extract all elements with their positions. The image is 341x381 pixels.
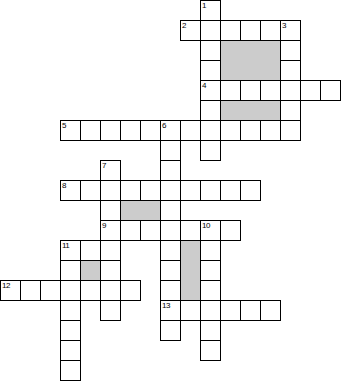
answer-cell[interactable] — [200, 180, 221, 201]
answer-cell[interactable] — [120, 120, 141, 141]
answer-cell[interactable] — [140, 120, 161, 141]
shaded-filler-block — [260, 40, 281, 61]
answer-cell[interactable] — [20, 280, 41, 301]
answer-cell[interactable] — [60, 340, 81, 361]
answer-cell[interactable] — [100, 280, 121, 301]
answer-cell[interactable] — [160, 320, 181, 341]
answer-cell[interactable] — [260, 20, 281, 41]
answer-cell[interactable] — [100, 160, 121, 181]
answer-cell[interactable] — [200, 300, 221, 321]
answer-cell[interactable] — [120, 180, 141, 201]
answer-cell[interactable] — [160, 160, 181, 181]
answer-cell[interactable] — [180, 20, 201, 41]
answer-cell[interactable] — [200, 60, 221, 81]
answer-cell[interactable] — [320, 80, 341, 101]
answer-cell[interactable] — [80, 180, 101, 201]
answer-cell[interactable] — [180, 180, 201, 201]
answer-cell[interactable] — [200, 320, 221, 341]
answer-cell[interactable] — [60, 360, 81, 381]
answer-cell[interactable] — [200, 220, 221, 241]
answer-cell[interactable] — [80, 120, 101, 141]
shaded-filler-block — [220, 40, 241, 61]
answer-cell[interactable] — [140, 180, 161, 201]
answer-cell[interactable] — [100, 240, 121, 261]
answer-cell[interactable] — [200, 240, 221, 261]
shaded-filler-block — [80, 260, 101, 281]
answer-cell[interactable] — [240, 300, 261, 321]
answer-cell[interactable] — [100, 180, 121, 201]
answer-cell[interactable] — [200, 80, 221, 101]
answer-cell[interactable] — [200, 0, 221, 21]
answer-cell[interactable] — [60, 120, 81, 141]
shaded-filler-block — [240, 100, 261, 121]
answer-cell[interactable] — [60, 260, 81, 281]
answer-cell[interactable] — [300, 80, 321, 101]
answer-cell[interactable] — [140, 220, 161, 241]
shaded-filler-block — [220, 60, 241, 81]
answer-cell[interactable] — [220, 120, 241, 141]
answer-cell[interactable] — [60, 180, 81, 201]
answer-cell[interactable] — [100, 220, 121, 241]
answer-cell[interactable] — [120, 220, 141, 241]
shaded-filler-block — [180, 240, 201, 261]
answer-cell[interactable] — [200, 340, 221, 361]
answer-cell[interactable] — [220, 180, 241, 201]
answer-cell[interactable] — [260, 120, 281, 141]
answer-cell[interactable] — [160, 240, 181, 261]
shaded-filler-block — [120, 200, 141, 221]
answer-cell[interactable] — [200, 260, 221, 281]
answer-cell[interactable] — [120, 280, 141, 301]
answer-cell[interactable] — [260, 80, 281, 101]
answer-cell[interactable] — [180, 220, 201, 241]
shaded-filler-block — [140, 200, 161, 221]
shaded-filler-block — [220, 100, 241, 121]
answer-cell[interactable] — [160, 260, 181, 281]
shaded-filler-block — [240, 60, 261, 81]
answer-cell[interactable] — [40, 280, 61, 301]
answer-cell[interactable] — [280, 120, 301, 141]
answer-cell[interactable] — [280, 40, 301, 61]
answer-cell[interactable] — [160, 300, 181, 321]
answer-cell[interactable] — [160, 280, 181, 301]
answer-cell[interactable] — [100, 300, 121, 321]
answer-cell[interactable] — [160, 140, 181, 161]
answer-cell[interactable] — [280, 20, 301, 41]
answer-cell[interactable] — [80, 280, 101, 301]
answer-cell[interactable] — [220, 80, 241, 101]
answer-cell[interactable] — [220, 300, 241, 321]
answer-cell[interactable] — [80, 240, 101, 261]
shaded-filler-block — [240, 40, 261, 61]
answer-cell[interactable] — [160, 180, 181, 201]
answer-cell[interactable] — [220, 20, 241, 41]
shaded-filler-block — [260, 100, 281, 121]
answer-cell[interactable] — [100, 260, 121, 281]
answer-cell[interactable] — [0, 280, 21, 301]
answer-cell[interactable] — [260, 300, 281, 321]
answer-cell[interactable] — [200, 100, 221, 121]
answer-cell[interactable] — [160, 220, 181, 241]
answer-cell[interactable] — [240, 80, 261, 101]
answer-cell[interactable] — [100, 200, 121, 221]
answer-cell[interactable] — [60, 320, 81, 341]
answer-cell[interactable] — [200, 280, 221, 301]
answer-cell[interactable] — [60, 280, 81, 301]
answer-cell[interactable] — [200, 40, 221, 61]
answer-cell[interactable] — [100, 120, 121, 141]
answer-cell[interactable] — [240, 120, 261, 141]
answer-cell[interactable] — [200, 20, 221, 41]
shaded-filler-block — [180, 280, 201, 301]
shaded-filler-block — [180, 260, 201, 281]
answer-cell[interactable] — [280, 60, 301, 81]
answer-cell[interactable] — [200, 120, 221, 141]
answer-cell[interactable] — [220, 220, 241, 241]
answer-cell[interactable] — [280, 80, 301, 101]
answer-cell[interactable] — [160, 200, 181, 221]
answer-cell[interactable] — [240, 180, 261, 201]
answer-cell[interactable] — [180, 120, 201, 141]
answer-cell[interactable] — [60, 240, 81, 261]
answer-cell[interactable] — [200, 140, 221, 161]
crossword-grid: 12345678910111213 — [0, 0, 341, 381]
answer-cell[interactable] — [280, 100, 301, 121]
shaded-filler-block — [260, 60, 281, 81]
answer-cell[interactable] — [60, 300, 81, 321]
answer-cell[interactable] — [160, 120, 181, 141]
answer-cell[interactable] — [180, 300, 201, 321]
answer-cell[interactable] — [240, 20, 261, 41]
